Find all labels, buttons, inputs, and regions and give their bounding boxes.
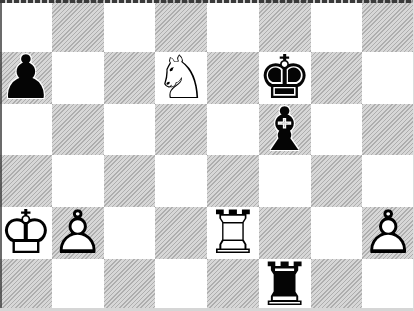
square-g4[interactable] (311, 104, 363, 156)
square-e5[interactable] (207, 52, 259, 104)
square-f4[interactable]: ♝ (259, 104, 311, 156)
square-f1[interactable]: ♜ (259, 259, 311, 311)
square-b6[interactable] (52, 0, 104, 52)
square-a5[interactable]: ♟ (0, 52, 52, 104)
square-e1[interactable] (207, 259, 259, 311)
square-h6[interactable] (362, 0, 414, 52)
square-d5[interactable]: ♞♘ (155, 52, 207, 104)
black-rook-icon: ♜ (259, 259, 311, 311)
square-d4[interactable] (155, 104, 207, 156)
square-a2[interactable]: ♚♔ (0, 207, 52, 259)
square-c3[interactable] (104, 155, 156, 207)
square-b1[interactable] (52, 259, 104, 311)
square-g5[interactable] (311, 52, 363, 104)
white-king-icon: ♚♔ (0, 207, 52, 259)
square-g1[interactable] (311, 259, 363, 311)
square-g6[interactable] (311, 0, 363, 52)
square-e4[interactable] (207, 104, 259, 156)
white-knight-icon: ♞♘ (155, 52, 207, 104)
square-h1[interactable] (362, 259, 414, 311)
square-g3[interactable] (311, 155, 363, 207)
black-pawn-icon: ♟ (0, 52, 52, 104)
white-pawn-icon: ♟♙ (362, 207, 414, 259)
chess-board: ♟♞♘♚♝♚♔♟♙♜♖♟♙♜ (0, 0, 414, 311)
square-c5[interactable] (104, 52, 156, 104)
square-a1[interactable] (0, 259, 52, 311)
square-h2[interactable]: ♟♙ (362, 207, 414, 259)
square-b5[interactable] (52, 52, 104, 104)
square-c2[interactable] (104, 207, 156, 259)
square-d1[interactable] (155, 259, 207, 311)
white-pawn-icon: ♟♙ (52, 207, 104, 259)
square-e6[interactable] (207, 0, 259, 52)
square-d3[interactable] (155, 155, 207, 207)
square-h4[interactable] (362, 104, 414, 156)
square-h5[interactable] (362, 52, 414, 104)
square-e2[interactable]: ♜♖ (207, 207, 259, 259)
square-c4[interactable] (104, 104, 156, 156)
square-a4[interactable] (0, 104, 52, 156)
square-b4[interactable] (52, 104, 104, 156)
square-d2[interactable] (155, 207, 207, 259)
square-b2[interactable]: ♟♙ (52, 207, 104, 259)
square-g2[interactable] (311, 207, 363, 259)
chess-diagram: ♟♞♘♚♝♚♔♟♙♜♖♟♙♜ (0, 0, 414, 311)
black-bishop-icon: ♝ (259, 104, 311, 156)
white-rook-icon: ♜♖ (207, 207, 259, 259)
square-c1[interactable] (104, 259, 156, 311)
square-c6[interactable] (104, 0, 156, 52)
square-f3[interactable] (259, 155, 311, 207)
